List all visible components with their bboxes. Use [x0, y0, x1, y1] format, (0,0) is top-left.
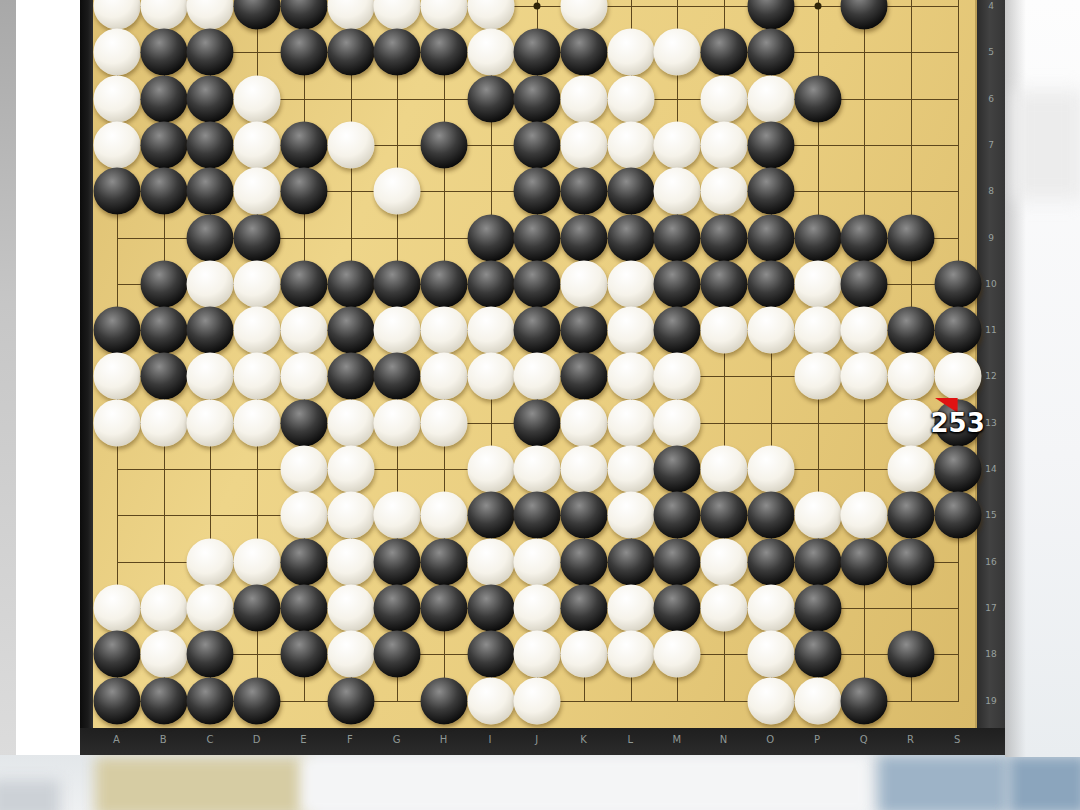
stone-black — [420, 584, 467, 631]
stone-black — [841, 260, 888, 307]
stone-white — [701, 168, 748, 215]
stone-white — [420, 399, 467, 446]
stone-black — [94, 307, 141, 354]
stone-black — [841, 0, 888, 30]
column-coordinate-label: P — [814, 734, 821, 745]
stone-white — [467, 446, 514, 493]
stone-black — [887, 631, 934, 678]
stone-white — [234, 121, 281, 168]
blur-blob — [95, 757, 310, 810]
stone-white — [94, 584, 141, 631]
stone-white — [934, 353, 981, 400]
column-coordinate-label: D — [253, 734, 262, 745]
column-coordinate-label: K — [580, 734, 588, 745]
stone-black — [747, 492, 794, 539]
stone-black — [420, 121, 467, 168]
stone-white — [607, 399, 654, 446]
stone-white — [701, 307, 748, 354]
stone-black — [607, 214, 654, 261]
stone-white — [701, 584, 748, 631]
board-left-border — [80, 0, 93, 755]
stone-black — [374, 538, 421, 585]
stone-white — [561, 631, 608, 678]
stone-white — [701, 446, 748, 493]
column-coordinate-label: E — [300, 734, 307, 745]
stone-white — [187, 584, 234, 631]
blur-blob — [1008, 755, 1080, 810]
stone-black — [514, 399, 561, 446]
stone-white — [794, 677, 841, 724]
row-coordinate-label: 9 — [988, 233, 994, 243]
stone-black — [280, 168, 327, 215]
stone-black — [467, 584, 514, 631]
stone-white — [607, 75, 654, 122]
column-coordinate-label: F — [347, 734, 354, 745]
stone-white — [280, 307, 327, 354]
stone-white — [420, 307, 467, 354]
stone-white — [841, 492, 888, 539]
stone-black — [794, 631, 841, 678]
stone-white — [747, 307, 794, 354]
stone-white — [140, 584, 187, 631]
stone-white — [607, 307, 654, 354]
stone-black — [234, 0, 281, 30]
stone-white — [841, 307, 888, 354]
stone-black — [187, 631, 234, 678]
stone-black — [747, 29, 794, 76]
stone-black — [887, 307, 934, 354]
stone-white — [794, 492, 841, 539]
stone-black — [747, 538, 794, 585]
stone-black — [701, 260, 748, 307]
stone-white — [654, 399, 701, 446]
stone-white — [747, 677, 794, 724]
row-coordinate-label: 12 — [985, 371, 996, 381]
stone-black — [561, 29, 608, 76]
stone-black — [140, 121, 187, 168]
stone-white — [420, 353, 467, 400]
stone-white — [701, 75, 748, 122]
stone-black — [327, 307, 374, 354]
stone-black — [561, 492, 608, 539]
stone-black — [654, 260, 701, 307]
stone-white — [747, 75, 794, 122]
stone-white — [794, 260, 841, 307]
stone-black — [514, 492, 561, 539]
page-background-left-strip — [0, 0, 16, 758]
stone-black — [794, 538, 841, 585]
stone-white — [467, 677, 514, 724]
column-coordinate-label: A — [113, 734, 121, 745]
stone-white — [234, 75, 281, 122]
stone-black — [280, 121, 327, 168]
stone-white — [420, 492, 467, 539]
move-number-label: 253 — [930, 408, 984, 438]
stone-white — [654, 121, 701, 168]
stone-black — [794, 75, 841, 122]
stone-white — [514, 631, 561, 678]
stone-black — [841, 538, 888, 585]
stone-black — [561, 353, 608, 400]
stone-black — [467, 492, 514, 539]
row-coordinate-label: 16 — [985, 557, 996, 567]
stone-black — [374, 631, 421, 678]
stone-black — [280, 260, 327, 307]
stone-black — [94, 677, 141, 724]
stone-black — [934, 307, 981, 354]
column-coordinate-label: I — [489, 734, 493, 745]
stone-white — [467, 538, 514, 585]
stone-black — [934, 446, 981, 493]
blur-blob — [1013, 90, 1080, 200]
stone-black — [514, 168, 561, 215]
stone-white — [747, 446, 794, 493]
stone-white — [94, 0, 141, 30]
stone-black — [280, 584, 327, 631]
stone-white — [607, 631, 654, 678]
stone-black — [561, 584, 608, 631]
column-coordinate-label: S — [954, 734, 961, 745]
stone-white — [701, 121, 748, 168]
column-coordinate-label: B — [160, 734, 168, 745]
stone-white — [234, 399, 281, 446]
stone-white — [374, 307, 421, 354]
row-coordinate-label: 10 — [985, 279, 996, 289]
stone-black — [841, 677, 888, 724]
stone-white — [187, 0, 234, 30]
stone-black — [887, 214, 934, 261]
stone-white — [467, 353, 514, 400]
stone-black — [654, 307, 701, 354]
stone-black — [327, 353, 374, 400]
stone-white — [607, 121, 654, 168]
row-coordinate-label: 15 — [985, 510, 996, 520]
row-coordinate-label: 6 — [988, 94, 994, 104]
stone-black — [561, 168, 608, 215]
stone-white — [140, 0, 187, 30]
stone-black — [280, 29, 327, 76]
stone-black — [794, 214, 841, 261]
stone-white — [514, 446, 561, 493]
stone-white — [607, 584, 654, 631]
stone-white — [94, 75, 141, 122]
stone-white — [607, 353, 654, 400]
stone-black — [187, 121, 234, 168]
stone-white — [514, 353, 561, 400]
stone-black — [420, 260, 467, 307]
stone-white — [887, 446, 934, 493]
stone-black — [654, 584, 701, 631]
stone-white — [607, 446, 654, 493]
stone-black — [654, 446, 701, 493]
stone-black — [607, 538, 654, 585]
stone-white — [234, 307, 281, 354]
row-coordinate-label: 19 — [985, 696, 996, 706]
stone-white — [94, 399, 141, 446]
stone-black — [420, 538, 467, 585]
stone-white — [654, 353, 701, 400]
stone-black — [280, 631, 327, 678]
stone-white — [654, 631, 701, 678]
stone-black — [561, 307, 608, 354]
column-coordinate-strip: ABCDEFGHIJKLMNOPQRS — [80, 728, 1005, 755]
stone-white — [327, 446, 374, 493]
blur-blob — [0, 780, 60, 810]
stone-black — [140, 75, 187, 122]
stone-black — [747, 121, 794, 168]
stone-white — [187, 260, 234, 307]
stone-black — [234, 677, 281, 724]
stone-black — [467, 260, 514, 307]
stone-black — [140, 353, 187, 400]
stone-black — [747, 260, 794, 307]
stone-white — [94, 29, 141, 76]
page-background-right — [1005, 0, 1080, 757]
stone-black — [934, 260, 981, 307]
column-coordinate-label: Q — [860, 734, 869, 745]
stone-white — [187, 399, 234, 446]
stone-white — [327, 631, 374, 678]
column-coordinate-label: R — [907, 734, 915, 745]
stone-black — [514, 121, 561, 168]
row-coordinate-label: 4 — [988, 1, 994, 11]
stone-white — [747, 631, 794, 678]
column-coordinate-label: O — [766, 734, 775, 745]
stone-white — [327, 584, 374, 631]
stone-white — [841, 353, 888, 400]
column-coordinate-label: M — [673, 734, 683, 745]
stone-white — [327, 492, 374, 539]
stone-black — [327, 677, 374, 724]
stone-white — [887, 399, 934, 446]
row-coordinate-label: 14 — [985, 464, 996, 474]
stone-black — [187, 677, 234, 724]
stone-black — [934, 492, 981, 539]
column-coordinate-label: N — [720, 734, 728, 745]
stone-white — [94, 121, 141, 168]
stone-black — [234, 214, 281, 261]
stone-black — [94, 631, 141, 678]
stone-black — [467, 631, 514, 678]
stone-black — [747, 168, 794, 215]
stone-black — [701, 492, 748, 539]
background-photo-band — [0, 755, 1080, 810]
stone-black — [794, 584, 841, 631]
stone-black — [887, 492, 934, 539]
stone-white — [467, 29, 514, 76]
stone-white — [140, 631, 187, 678]
stone-white — [374, 492, 421, 539]
stone-white — [607, 260, 654, 307]
stone-black — [234, 584, 281, 631]
row-coordinate-label: 7 — [988, 140, 994, 150]
go-board-window: 253 45678910111213141516171819 ABCDEFGHI… — [80, 0, 1005, 755]
stone-white — [280, 353, 327, 400]
stone-black — [887, 538, 934, 585]
stone-black — [374, 29, 421, 76]
stone-black — [187, 29, 234, 76]
row-coordinate-label: 5 — [988, 47, 994, 57]
stone-white — [420, 0, 467, 30]
stone-black — [701, 29, 748, 76]
stone-black — [187, 168, 234, 215]
row-coordinate-label: 13 — [985, 418, 996, 428]
stone-black — [280, 538, 327, 585]
stone-white — [794, 353, 841, 400]
column-coordinate-label: L — [627, 734, 634, 745]
stone-white — [654, 168, 701, 215]
stone-white — [374, 168, 421, 215]
screenshot-root: 253 45678910111213141516171819 ABCDEFGHI… — [0, 0, 1080, 810]
stone-black — [841, 214, 888, 261]
stone-black — [280, 0, 327, 30]
stone-black — [374, 353, 421, 400]
stone-black — [467, 214, 514, 261]
stone-white — [561, 399, 608, 446]
stone-black — [747, 214, 794, 261]
stone-white — [327, 538, 374, 585]
row-coordinate-label: 17 — [985, 603, 996, 613]
stone-white — [607, 492, 654, 539]
stone-white — [561, 75, 608, 122]
stone-white — [234, 260, 281, 307]
stone-white — [327, 121, 374, 168]
stone-white — [374, 399, 421, 446]
stone-black — [654, 214, 701, 261]
stone-black — [514, 29, 561, 76]
stone-black — [140, 677, 187, 724]
stone-white — [514, 538, 561, 585]
stones-layer: 253 — [93, 0, 977, 728]
stone-white — [887, 353, 934, 400]
stone-black — [94, 168, 141, 215]
stone-white — [561, 446, 608, 493]
stone-black — [140, 168, 187, 215]
stone-black — [280, 399, 327, 446]
stone-black — [140, 260, 187, 307]
stone-white — [514, 584, 561, 631]
stone-black — [654, 538, 701, 585]
stone-white — [747, 584, 794, 631]
stone-white — [187, 353, 234, 400]
stone-white — [234, 538, 281, 585]
stone-white — [374, 0, 421, 30]
stone-white — [327, 0, 374, 30]
blur-blob — [300, 755, 870, 810]
row-coordinate-label: 18 — [985, 649, 996, 659]
stone-white — [280, 492, 327, 539]
stone-black — [140, 29, 187, 76]
stone-black — [747, 0, 794, 30]
row-coordinate-label: 11 — [985, 325, 996, 335]
stone-white — [94, 353, 141, 400]
stone-white — [467, 307, 514, 354]
stone-black — [327, 260, 374, 307]
stone-white — [654, 29, 701, 76]
row-coordinate-strip: 45678910111213141516171819 — [977, 0, 1005, 755]
stone-black — [374, 584, 421, 631]
stone-black — [607, 168, 654, 215]
stone-black — [561, 538, 608, 585]
stone-white — [234, 353, 281, 400]
stone-white — [701, 538, 748, 585]
column-coordinate-label: H — [440, 734, 449, 745]
column-coordinate-label: J — [535, 734, 539, 745]
stone-black — [514, 260, 561, 307]
stone-white — [280, 446, 327, 493]
stone-black — [654, 492, 701, 539]
stone-black — [187, 307, 234, 354]
row-coordinate-label: 8 — [988, 186, 994, 196]
stone-white — [514, 677, 561, 724]
stone-white — [561, 260, 608, 307]
stone-white — [234, 168, 281, 215]
stone-black — [187, 214, 234, 261]
stone-black — [701, 214, 748, 261]
stone-black — [561, 214, 608, 261]
stone-white — [187, 538, 234, 585]
stone-white — [794, 307, 841, 354]
stone-white — [561, 121, 608, 168]
column-coordinate-label: G — [393, 734, 402, 745]
stone-black — [374, 260, 421, 307]
stone-black — [140, 307, 187, 354]
blur-blob — [878, 755, 1008, 810]
stone-white — [561, 0, 608, 30]
stone-white — [467, 0, 514, 30]
stone-black — [420, 677, 467, 724]
stone-black — [420, 29, 467, 76]
stone-white — [327, 399, 374, 446]
stone-black — [467, 75, 514, 122]
stone-black — [514, 307, 561, 354]
stone-black — [514, 214, 561, 261]
stone-black — [187, 75, 234, 122]
stone-white — [607, 29, 654, 76]
column-coordinate-label: C — [206, 734, 214, 745]
stone-white — [140, 399, 187, 446]
stone-black — [327, 29, 374, 76]
stone-black — [514, 75, 561, 122]
